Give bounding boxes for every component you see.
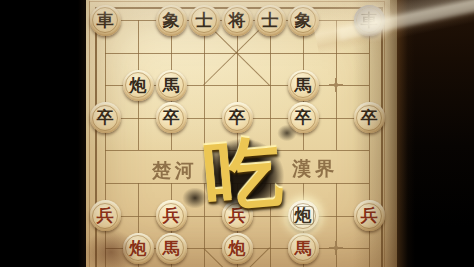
cannon-point-marker [329, 78, 343, 92]
piece-black-chariot[interactable]: 車 [90, 5, 121, 36]
piece-black-elephant[interactable]: 象 [156, 5, 187, 36]
piece-character: 馬 [163, 77, 180, 94]
piece-character: 炮 [130, 77, 147, 94]
piece-black-cannon[interactable]: 炮 [288, 200, 319, 231]
grid-line [204, 183, 205, 267]
river-label-chu-he: 楚河 [140, 158, 210, 184]
river-label-han-jie: 漢界 [280, 156, 350, 182]
piece-character: 卒 [97, 109, 114, 126]
piece-character: 士 [262, 12, 279, 29]
cannon-point-marker [329, 241, 343, 255]
piece-red-soldier[interactable]: 兵 [354, 200, 385, 231]
letterbox-left [0, 0, 86, 267]
piece-character: 兵 [229, 207, 246, 224]
piece-black-soldier[interactable]: 卒 [156, 102, 187, 133]
piece-black-horse[interactable]: 馬 [288, 70, 319, 101]
piece-black-advisor[interactable]: 士 [189, 5, 220, 36]
piece-character: 卒 [295, 109, 312, 126]
piece-character: 馬 [163, 240, 180, 257]
piece-black-soldier[interactable]: 卒 [288, 102, 319, 133]
piece-character: 士 [196, 12, 213, 29]
piece-character: 車 [361, 12, 378, 29]
grid-line [270, 183, 271, 267]
piece-red-cannon[interactable]: 炮 [222, 233, 253, 264]
piece-black-general[interactable]: 将 [222, 5, 253, 36]
piece-black-soldier[interactable]: 卒 [354, 102, 385, 133]
piece-black-elephant[interactable]: 象 [288, 5, 319, 36]
xiangqi-board[interactable]: 楚河 漢界 車象士将士象車炮馬馬卒卒卒卒卒炮兵兵兵兵炮馬炮馬 吃 [86, 0, 397, 267]
piece-character: 炮 [229, 240, 246, 257]
piece-character: 馬 [295, 240, 312, 257]
piece-black-cannon[interactable]: 炮 [123, 70, 154, 101]
piece-character: 車 [97, 12, 114, 29]
piece-black-soldier[interactable]: 卒 [90, 102, 121, 133]
piece-character: 卒 [361, 109, 378, 126]
piece-character: 卒 [163, 109, 180, 126]
piece-black-horse[interactable]: 馬 [156, 70, 187, 101]
grid-line [270, 20, 271, 150]
piece-black-soldier[interactable]: 卒 [222, 102, 253, 133]
piece-character: 兵 [97, 207, 114, 224]
piece-red-cannon[interactable]: 炮 [123, 233, 154, 264]
grid-line [204, 20, 205, 150]
piece-red-horse[interactable]: 馬 [156, 233, 187, 264]
grid-line [105, 150, 369, 151]
piece-character: 象 [295, 12, 312, 29]
piece-black-chariot[interactable]: 車 [354, 5, 385, 36]
piece-red-soldier[interactable]: 兵 [222, 200, 253, 231]
piece-red-soldier[interactable]: 兵 [90, 200, 121, 231]
piece-red-soldier[interactable]: 兵 [156, 200, 187, 231]
piece-red-horse[interactable]: 馬 [288, 233, 319, 264]
piece-character: 兵 [361, 207, 378, 224]
piece-character: 象 [163, 12, 180, 29]
piece-black-advisor[interactable]: 士 [255, 5, 286, 36]
xiangqi-game-screenshot: 楚河 漢界 車象士将士象車炮馬馬卒卒卒卒卒炮兵兵兵兵炮馬炮馬 吃 [0, 0, 474, 267]
letterbox-right [397, 0, 474, 267]
piece-character: 将 [229, 12, 246, 29]
piece-character: 炮 [293, 206, 314, 225]
piece-character: 卒 [229, 109, 246, 126]
piece-character: 炮 [130, 240, 147, 257]
piece-character: 兵 [163, 207, 180, 224]
piece-character: 馬 [295, 77, 312, 94]
